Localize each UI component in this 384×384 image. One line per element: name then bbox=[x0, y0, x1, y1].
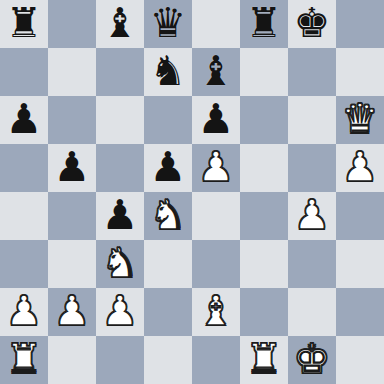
piece-white-queen[interactable]: ♛ bbox=[342, 96, 379, 143]
square-d5[interactable]: ♟ bbox=[144, 144, 192, 192]
square-a1[interactable]: ♜ bbox=[0, 336, 48, 384]
square-a6[interactable]: ♟ bbox=[0, 96, 48, 144]
piece-white-king[interactable]: ♚ bbox=[294, 336, 331, 383]
square-b2[interactable]: ♟ bbox=[48, 288, 96, 336]
square-b7[interactable] bbox=[48, 48, 96, 96]
square-d6[interactable] bbox=[144, 96, 192, 144]
square-h7[interactable] bbox=[336, 48, 384, 96]
piece-black-pawn[interactable]: ♟ bbox=[198, 96, 235, 143]
square-c3[interactable]: ♞ bbox=[96, 240, 144, 288]
square-d2[interactable] bbox=[144, 288, 192, 336]
piece-white-knight[interactable]: ♞ bbox=[102, 240, 139, 287]
square-a7[interactable] bbox=[0, 48, 48, 96]
square-e5[interactable]: ♟ bbox=[192, 144, 240, 192]
square-a4[interactable] bbox=[0, 192, 48, 240]
square-h5[interactable]: ♟ bbox=[336, 144, 384, 192]
piece-black-pawn[interactable]: ♟ bbox=[102, 192, 139, 239]
square-d3[interactable] bbox=[144, 240, 192, 288]
square-g8[interactable]: ♚ bbox=[288, 0, 336, 48]
square-f2[interactable] bbox=[240, 288, 288, 336]
square-b6[interactable] bbox=[48, 96, 96, 144]
square-e7[interactable]: ♝ bbox=[192, 48, 240, 96]
square-f4[interactable] bbox=[240, 192, 288, 240]
square-d1[interactable] bbox=[144, 336, 192, 384]
square-g6[interactable] bbox=[288, 96, 336, 144]
square-e1[interactable] bbox=[192, 336, 240, 384]
piece-black-queen[interactable]: ♛ bbox=[150, 0, 187, 47]
square-b8[interactable] bbox=[48, 0, 96, 48]
piece-black-rook[interactable]: ♜ bbox=[6, 0, 43, 47]
square-g2[interactable] bbox=[288, 288, 336, 336]
square-a2[interactable]: ♟ bbox=[0, 288, 48, 336]
piece-white-pawn[interactable]: ♟ bbox=[54, 288, 91, 335]
square-g7[interactable] bbox=[288, 48, 336, 96]
square-d8[interactable]: ♛ bbox=[144, 0, 192, 48]
piece-black-king[interactable]: ♚ bbox=[294, 0, 331, 47]
piece-white-pawn[interactable]: ♟ bbox=[6, 288, 43, 335]
square-e6[interactable]: ♟ bbox=[192, 96, 240, 144]
piece-white-rook[interactable]: ♜ bbox=[246, 336, 283, 383]
piece-black-pawn[interactable]: ♟ bbox=[150, 144, 187, 191]
square-f6[interactable] bbox=[240, 96, 288, 144]
square-a5[interactable] bbox=[0, 144, 48, 192]
square-g4[interactable]: ♟ bbox=[288, 192, 336, 240]
square-a8[interactable]: ♜ bbox=[0, 0, 48, 48]
piece-black-bishop[interactable]: ♝ bbox=[102, 0, 139, 47]
piece-black-bishop[interactable]: ♝ bbox=[198, 48, 235, 95]
piece-black-rook[interactable]: ♜ bbox=[246, 0, 283, 47]
piece-white-bishop[interactable]: ♝ bbox=[198, 288, 235, 335]
square-e8[interactable] bbox=[192, 0, 240, 48]
piece-white-pawn[interactable]: ♟ bbox=[102, 288, 139, 335]
piece-white-knight[interactable]: ♞ bbox=[150, 192, 187, 239]
square-c5[interactable] bbox=[96, 144, 144, 192]
square-f7[interactable] bbox=[240, 48, 288, 96]
square-g3[interactable] bbox=[288, 240, 336, 288]
square-c2[interactable]: ♟ bbox=[96, 288, 144, 336]
square-c4[interactable]: ♟ bbox=[96, 192, 144, 240]
square-h1[interactable] bbox=[336, 336, 384, 384]
square-h8[interactable] bbox=[336, 0, 384, 48]
square-h3[interactable] bbox=[336, 240, 384, 288]
piece-white-rook[interactable]: ♜ bbox=[6, 336, 43, 383]
square-f1[interactable]: ♜ bbox=[240, 336, 288, 384]
square-c6[interactable] bbox=[96, 96, 144, 144]
piece-black-pawn[interactable]: ♟ bbox=[6, 96, 43, 143]
piece-black-knight[interactable]: ♞ bbox=[150, 48, 187, 95]
square-h2[interactable] bbox=[336, 288, 384, 336]
square-f5[interactable] bbox=[240, 144, 288, 192]
square-b3[interactable] bbox=[48, 240, 96, 288]
square-h4[interactable] bbox=[336, 192, 384, 240]
square-a3[interactable] bbox=[0, 240, 48, 288]
piece-white-pawn[interactable]: ♟ bbox=[294, 192, 331, 239]
square-d7[interactable]: ♞ bbox=[144, 48, 192, 96]
square-c1[interactable] bbox=[96, 336, 144, 384]
square-b1[interactable] bbox=[48, 336, 96, 384]
square-e4[interactable] bbox=[192, 192, 240, 240]
square-e3[interactable] bbox=[192, 240, 240, 288]
square-c7[interactable] bbox=[96, 48, 144, 96]
chess-board: ♜♝♛♜♚♞♝♟♟♛♟♟♟♟♟♞♟♞♟♟♟♝♜♜♚ bbox=[0, 0, 384, 384]
square-b4[interactable] bbox=[48, 192, 96, 240]
square-d4[interactable]: ♞ bbox=[144, 192, 192, 240]
square-g5[interactable] bbox=[288, 144, 336, 192]
square-h6[interactable]: ♛ bbox=[336, 96, 384, 144]
piece-black-pawn[interactable]: ♟ bbox=[54, 144, 91, 191]
square-e2[interactable]: ♝ bbox=[192, 288, 240, 336]
square-f8[interactable]: ♜ bbox=[240, 0, 288, 48]
piece-white-pawn[interactable]: ♟ bbox=[342, 144, 379, 191]
square-g1[interactable]: ♚ bbox=[288, 336, 336, 384]
square-f3[interactable] bbox=[240, 240, 288, 288]
square-c8[interactable]: ♝ bbox=[96, 0, 144, 48]
piece-white-pawn[interactable]: ♟ bbox=[198, 144, 235, 191]
square-b5[interactable]: ♟ bbox=[48, 144, 96, 192]
